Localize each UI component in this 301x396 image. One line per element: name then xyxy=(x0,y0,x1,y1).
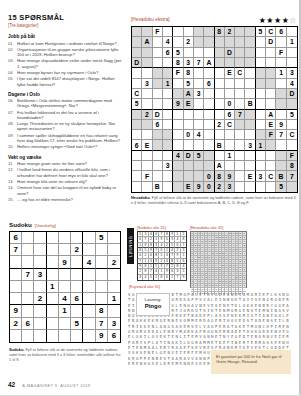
sudoku-cell-empty[interactable] xyxy=(22,281,34,293)
hexadoku-cell-given: 5 xyxy=(132,99,142,109)
sudoku-cell-given: 5 xyxy=(71,318,83,330)
hexadoku-cell-empty[interactable] xyxy=(276,99,286,109)
sudoku-cell-empty[interactable] xyxy=(47,269,59,281)
hexadoku-cell-empty[interactable] xyxy=(256,182,266,192)
hexadoku-cell-empty[interactable] xyxy=(153,48,163,58)
hexadoku-cell-given: F xyxy=(173,68,183,78)
hexadoku-cell-empty[interactable] xyxy=(215,58,225,68)
hexadoku-cell-empty[interactable] xyxy=(235,140,245,150)
hexadoku-cell-empty[interactable] xyxy=(266,99,276,109)
hexadoku-cell-empty[interactable] xyxy=(173,171,183,181)
hexadoku-cell-empty[interactable] xyxy=(163,99,173,109)
hexadoku-cell-empty[interactable] xyxy=(142,48,152,58)
hexadoku-cell-empty[interactable] xyxy=(235,99,245,109)
hexadoku-cell-empty[interactable] xyxy=(153,89,163,99)
hexadoku-cell-empty[interactable] xyxy=(132,79,142,89)
sudoku-cell-given: 6 xyxy=(108,330,120,342)
hexadoku-cell-empty[interactable] xyxy=(184,48,194,58)
hexadoku-cell-empty[interactable] xyxy=(153,58,163,68)
hexadoku-cell-empty[interactable] xyxy=(256,68,266,78)
hexadoku-cell-empty[interactable] xyxy=(132,120,142,130)
hexadoku-cell-empty[interactable] xyxy=(225,130,235,140)
hexadoku-cell-empty[interactable] xyxy=(163,120,173,130)
hexadoku-cell-empty[interactable] xyxy=(215,89,225,99)
magazine-name: A-MAGASINET 9. AUGUST 2019 xyxy=(22,383,90,388)
star-empty-icon: ☆ xyxy=(289,16,297,25)
hexadoku-cell-empty[interactable] xyxy=(287,27,297,37)
hexadoku-cell-empty[interactable] xyxy=(276,161,286,171)
sudoku-cell-empty[interactable] xyxy=(59,269,71,281)
quiz-question: 12.I hvilket land finner du verdens offi… xyxy=(8,167,122,177)
hexadoku-cell-empty[interactable] xyxy=(142,161,152,171)
sudoku-cell-empty[interactable] xyxy=(83,232,95,244)
hexadoku-cell-empty[interactable] xyxy=(132,182,142,192)
sudoku-cell-empty[interactable] xyxy=(96,256,108,268)
sudoku-cell-empty[interactable] xyxy=(71,256,83,268)
hexadoku-grid[interactable]: F825C6A42D165DFD837AF8EC1331564CA3D59E0B… xyxy=(131,26,298,193)
hexadoku-cell-empty[interactable] xyxy=(256,58,266,68)
sudoku-cell-empty[interactable] xyxy=(83,330,95,342)
hexadoku-cell-empty[interactable] xyxy=(225,89,235,99)
hexadoku-cell-empty[interactable] xyxy=(256,110,266,120)
hexadoku-cell-empty[interactable] xyxy=(204,68,214,78)
hexadoku-cell-empty[interactable] xyxy=(256,79,266,89)
hexadoku-cell-empty[interactable] xyxy=(204,110,214,120)
hexadoku-cell-empty[interactable] xyxy=(276,58,286,68)
page-footer: 42 A-MAGASINET 9. AUGUST 2019 xyxy=(8,381,90,388)
hexadoku-cell-empty[interactable] xyxy=(132,171,142,181)
quiz-section-heading: Vekt og væske xyxy=(8,155,122,160)
hexadoku-cell-empty[interactable] xyxy=(276,140,286,150)
hexadoku-cell-empty[interactable] xyxy=(153,68,163,78)
hexadoku-cell-empty[interactable] xyxy=(276,110,286,120)
hexadoku-cell-empty[interactable] xyxy=(194,171,204,181)
hexadoku-cell-given: 9 xyxy=(276,120,286,130)
sudoku-cell-empty[interactable] xyxy=(34,256,46,268)
hexadoku-cell-empty[interactable] xyxy=(266,151,276,161)
hexadoku-cell-empty[interactable] xyxy=(142,99,152,109)
sudoku-cell-empty[interactable] xyxy=(22,232,34,244)
hexadoku-cell-empty[interactable] xyxy=(204,37,214,47)
hexadoku-cell-empty[interactable] xyxy=(132,151,142,161)
question-number: 10. xyxy=(8,144,17,149)
hexadoku-cell-empty[interactable] xyxy=(132,110,142,120)
question-text: I sommer spiller skihoppklubbene en hav-… xyxy=(17,133,122,143)
sudoku-cell-given: 6 xyxy=(10,232,22,244)
hexadoku-cell-given: 5 xyxy=(173,48,183,58)
hexadoku-cell-empty[interactable] xyxy=(256,99,266,109)
hexadoku-cell-empty[interactable] xyxy=(235,161,245,171)
hexadoku-cell-empty[interactable] xyxy=(194,68,204,78)
hexadoku-cell-empty[interactable] xyxy=(287,120,297,130)
hexadoku-cell-empty[interactable] xyxy=(204,120,214,130)
hexadoku-cell-empty[interactable] xyxy=(163,68,173,78)
quiz-section: Dagene i Oslo06.Butikkene i Oslo skiftus… xyxy=(8,92,122,150)
hexadoku-cell-empty[interactable] xyxy=(287,182,297,192)
hexadoku-cell-empty[interactable] xyxy=(132,161,142,171)
hexadoku-cell-empty[interactable] xyxy=(276,151,286,161)
sudoku-cell-empty[interactable] xyxy=(34,281,46,293)
sudoku-cell-empty[interactable] xyxy=(83,318,95,330)
sudoku-cell-empty[interactable] xyxy=(59,330,71,342)
sudoku-cell-empty[interactable] xyxy=(10,256,22,268)
hexadoku-cell-given: D xyxy=(266,37,276,47)
sudoku-cell-empty[interactable] xyxy=(34,305,46,317)
hexadoku-cell-empty[interactable] xyxy=(235,120,245,130)
crossword-solution-box: Løsning: Pingo xyxy=(136,293,170,316)
hexadoku-cell-empty[interactable] xyxy=(235,130,245,140)
hexadoku-cell-empty[interactable] xyxy=(215,79,225,89)
hexadoku-cell-empty[interactable] xyxy=(256,37,266,47)
hexadoku-cell-given: 8 xyxy=(173,58,183,68)
hexadoku-cell-empty[interactable] xyxy=(266,58,276,68)
hexadoku-cell-empty[interactable] xyxy=(215,48,225,58)
hexadoku-cell-empty[interactable] xyxy=(194,27,204,37)
hexadoku-cell-empty[interactable] xyxy=(245,37,255,47)
hexadoku-cell-empty[interactable] xyxy=(173,140,183,150)
hexadoku-cell-empty[interactable] xyxy=(245,151,255,161)
question-number: 09. xyxy=(8,133,17,143)
hexadoku-cell-empty[interactable] xyxy=(215,68,225,78)
hexadoku-cell-empty[interactable] xyxy=(204,27,214,37)
hexadoku-cell-empty[interactable] xyxy=(142,89,152,99)
hexadoku-cell-empty[interactable] xyxy=(173,130,183,140)
question-number: 08. xyxy=(8,121,17,131)
hexadoku-cell-empty[interactable] xyxy=(142,130,152,140)
hexadoku-cell-empty[interactable] xyxy=(173,161,183,171)
sudoku-cell-empty[interactable] xyxy=(83,244,95,256)
hexadoku-cell-given: D xyxy=(184,151,194,161)
hexadoku-cell-empty[interactable] xyxy=(245,161,255,171)
sudoku-cell-empty[interactable] xyxy=(10,330,22,342)
hexadoku-cell-empty[interactable] xyxy=(163,130,173,140)
hexadoku-cell-empty[interactable] xyxy=(215,99,225,109)
hexadoku-cell-empty[interactable] xyxy=(204,161,214,171)
prize-box: Et gavekort på 500 kr fra Norli går til … xyxy=(211,350,291,374)
sudoku-cell-empty[interactable] xyxy=(47,330,59,342)
sudoku-cell-given: 2 xyxy=(108,256,120,268)
sudoku-cell-given: 1 xyxy=(59,305,71,317)
sudoku-grid[interactable]: 657294273124619182657396 xyxy=(9,231,121,343)
question-text: Organisasjonen til en gruppe norske yrke… xyxy=(17,47,122,57)
hexadoku-cell-empty[interactable] xyxy=(266,79,276,89)
sudoku-cell-empty[interactable] xyxy=(71,281,83,293)
sudoku-cell-empty[interactable] xyxy=(47,244,59,256)
hexadoku-cell-empty[interactable] xyxy=(132,48,142,58)
hexadoku-cell-empty[interactable] xyxy=(276,89,286,99)
sudoku-cell-empty[interactable] xyxy=(71,330,83,342)
hexadoku-cell-empty[interactable] xyxy=(287,48,297,58)
hexadoku-cell-empty[interactable] xyxy=(132,37,142,47)
hexadoku-cell-empty[interactable] xyxy=(287,58,297,68)
sudoku-cell-empty[interactable] xyxy=(10,269,22,281)
sudoku-cell-empty[interactable] xyxy=(96,244,108,256)
quiz-question: 07.Fra hvilket lokkested er det lov å se… xyxy=(8,110,122,120)
hexadoku-cell-empty[interactable] xyxy=(256,161,266,171)
hexadoku-cell-empty[interactable] xyxy=(225,58,235,68)
hexadoku-cell-empty[interactable] xyxy=(194,48,204,58)
hexadoku-cell-empty[interactable] xyxy=(184,120,194,130)
hexadoku-cell-empty[interactable] xyxy=(225,161,235,171)
sudoku-cell-given: 9 xyxy=(10,305,22,317)
hexadoku-cell-empty[interactable] xyxy=(163,58,173,68)
hexadoku-cell-empty[interactable] xyxy=(132,130,142,140)
hexadoku-cell-empty[interactable] xyxy=(163,182,173,192)
sudoku-cell-empty[interactable] xyxy=(22,330,34,342)
hexadoku-cell-empty[interactable] xyxy=(163,171,173,181)
star-filled-icon: ★★★★ xyxy=(259,16,290,25)
hexadoku-cell-empty[interactable] xyxy=(163,89,173,99)
hexadoku-cell-empty[interactable] xyxy=(235,89,245,99)
hexadoku-cell-empty[interactable] xyxy=(173,182,183,192)
sudoku-cell-empty[interactable] xyxy=(34,330,46,342)
hexadoku-cell-empty[interactable] xyxy=(163,110,173,120)
hexadoku-cell-empty[interactable] xyxy=(204,151,214,161)
sudoku-cell-empty[interactable] xyxy=(47,305,59,317)
hexadoku-cell-given: 5 xyxy=(276,182,286,192)
sudoku-cell-empty[interactable] xyxy=(59,318,71,330)
sudoku-cell-given: 7 xyxy=(10,244,22,256)
hexadoku-cell-empty[interactable] xyxy=(215,130,225,140)
sudoku-cell-empty[interactable] xyxy=(10,293,22,305)
hexadoku-cell-given: 3 xyxy=(287,68,297,78)
sudoku-cell-empty[interactable] xyxy=(59,281,71,293)
hexadoku-cell-empty[interactable] xyxy=(235,171,245,181)
quiz-question: 01.Hvilket år kom Hurtigruten i ordinær … xyxy=(8,41,122,46)
hexadoku-cell-empty[interactable] xyxy=(153,99,163,109)
sudoku-cell-given: 5 xyxy=(96,232,108,244)
hexadoku-cell-empty[interactable] xyxy=(163,151,173,161)
hexadoku-cell-empty[interactable] xyxy=(235,58,245,68)
hexadoku-cell-empty[interactable] xyxy=(194,79,204,89)
hexadoku-cell-empty[interactable] xyxy=(245,58,255,68)
sudoku-caption: Sudoku. Fyll ut feltene slik at de vannr… xyxy=(9,348,122,363)
question-text: … og hos et eldre menneske? xyxy=(17,197,73,202)
hexadoku-cell-empty[interactable] xyxy=(194,37,204,47)
sudoku-cell-empty[interactable] xyxy=(22,256,34,268)
hexadoku-cell-given: 6 xyxy=(153,120,163,130)
hexadoku-cell-empty[interactable] xyxy=(256,120,266,130)
hexadoku-cell-given: D xyxy=(225,48,235,58)
solution-word-label: Løsning: xyxy=(137,297,169,302)
hexadoku-cell-empty[interactable] xyxy=(266,161,276,171)
hexadoku-cell-empty[interactable] xyxy=(173,37,183,47)
sudoku-cell-empty[interactable] xyxy=(83,269,95,281)
hexadoku-cell-empty[interactable] xyxy=(153,140,163,150)
hexadoku-cell-empty[interactable] xyxy=(184,140,194,150)
question-text: Fra hvilket lokkested er det lov å serve… xyxy=(17,110,122,120)
hexadoku-cell-empty[interactable] xyxy=(245,182,255,192)
hexadoku-cell-empty[interactable] xyxy=(153,130,163,140)
hexadoku-cell-given: 2 xyxy=(142,110,152,120)
sudoku-cell-empty[interactable] xyxy=(22,305,34,317)
hexadoku-cell-given: D xyxy=(287,89,297,99)
solution-hexadoku-grid: 0123456789ABCDEF456789ABCDEF012389ABCDEF… xyxy=(190,231,247,288)
sudoku-cell-empty[interactable] xyxy=(22,293,34,305)
sudoku-cell-empty[interactable] xyxy=(34,232,46,244)
hexadoku-cell-empty[interactable] xyxy=(173,120,183,130)
hexadoku-cell-empty[interactable] xyxy=(194,140,204,150)
hexadoku-cell-empty[interactable] xyxy=(256,151,266,161)
hexadoku-cell-empty[interactable] xyxy=(142,151,152,161)
hexadoku-cell-empty[interactable] xyxy=(204,140,214,150)
hexadoku-cell-given: 6 xyxy=(276,27,286,37)
hexadoku-cell-empty[interactable] xyxy=(235,37,245,47)
hexadoku-cell-empty[interactable] xyxy=(142,182,152,192)
sudoku-cell-empty[interactable] xyxy=(34,244,46,256)
hexadoku-cell-empty[interactable] xyxy=(245,89,255,99)
difficulty-stars: ★★★★☆ xyxy=(259,16,297,25)
sudoku-cell-empty[interactable] xyxy=(96,281,108,293)
hexadoku-cell-empty[interactable] xyxy=(245,110,255,120)
hexadoku-cell-empty[interactable] xyxy=(184,161,194,171)
hexadoku-cell-empty[interactable] xyxy=(245,48,255,58)
sudoku-cell-empty[interactable] xyxy=(10,281,22,293)
sudoku-cell-empty[interactable] xyxy=(71,305,83,317)
hexadoku-cell-empty[interactable] xyxy=(225,37,235,47)
hexadoku-cell-empty[interactable] xyxy=(163,27,173,37)
sudoku-cell-empty[interactable] xyxy=(71,269,83,281)
hexadoku-cell-empty[interactable] xyxy=(256,48,266,58)
hexadoku-cell-empty[interactable] xyxy=(266,68,276,78)
hexadoku-cell-empty[interactable] xyxy=(215,37,225,47)
hexadoku-cell-given: D xyxy=(153,110,163,120)
hexadoku-cell-empty[interactable] xyxy=(256,130,266,140)
hexadoku-cell-empty[interactable] xyxy=(132,68,142,78)
hexadoku-cell-empty[interactable] xyxy=(245,27,255,37)
hexadoku-cell-empty[interactable] xyxy=(225,79,235,89)
quiz-subtitle: [Tre kategorier] xyxy=(8,23,122,28)
hexadoku-cell-empty[interactable] xyxy=(235,27,245,37)
hexadoku-cell-empty[interactable] xyxy=(235,79,245,89)
hexadoku-cell-empty[interactable] xyxy=(204,48,214,58)
hexadoku-cell-empty[interactable] xyxy=(235,182,245,192)
hexadoku-cell-empty[interactable] xyxy=(276,37,286,47)
hexadoku-cell-given: A xyxy=(215,161,225,171)
hexadoku-cell-empty[interactable] xyxy=(173,110,183,120)
hexadoku-cell-empty[interactable] xyxy=(173,89,183,99)
hexadoku-cell-empty[interactable] xyxy=(287,140,297,150)
hexadoku-cell-empty[interactable] xyxy=(153,37,163,47)
hexadoku-cell-given: 1 xyxy=(163,79,173,89)
solution-crossword-label: [Kryssord uke 31] xyxy=(129,284,160,289)
hexadoku-cell-empty[interactable] xyxy=(245,120,255,130)
sudoku-cell-empty[interactable] xyxy=(96,293,108,305)
hexadoku-cell-empty[interactable] xyxy=(142,27,152,37)
sudoku-cell-empty[interactable] xyxy=(59,232,71,244)
hexadoku-cell-empty[interactable] xyxy=(184,110,194,120)
hexadoku-cell-empty[interactable] xyxy=(153,171,163,181)
hexadoku-cell-empty[interactable] xyxy=(173,27,183,37)
sudoku-cell-empty[interactable] xyxy=(83,305,95,317)
hexadoku-cell-empty[interactable] xyxy=(266,48,276,58)
sudoku-cell-empty[interactable] xyxy=(108,281,120,293)
quiz-section: Jobb på båt01.Hvilket år kom Hurtigruten… xyxy=(8,34,122,87)
sudoku-cell-given: 6 xyxy=(22,318,34,330)
hexadoku-cell-empty[interactable] xyxy=(266,182,276,192)
hexadoku-cell-empty[interactable] xyxy=(153,79,163,89)
sudoku-cell-empty[interactable] xyxy=(96,269,108,281)
question-number: 11. xyxy=(8,161,17,166)
sudoku-cell-empty[interactable] xyxy=(47,256,59,268)
question-number: 13. xyxy=(8,179,17,184)
hexadoku-cell-empty[interactable] xyxy=(235,48,245,58)
hexadoku-cell-empty[interactable] xyxy=(266,89,276,99)
quiz-question: 02.Organisasjonen til en gruppe norske y… xyxy=(8,47,122,57)
hexadoku-cell-empty[interactable] xyxy=(266,140,276,150)
hexadoku-cell-given: 5 xyxy=(184,79,194,89)
quiz-question: 14.Omtrent hvor stor del av kroppen til … xyxy=(8,185,122,195)
sudoku-cell-empty[interactable] xyxy=(47,293,59,305)
hexadoku-cell-given: B xyxy=(276,171,286,181)
sudoku-cell-empty[interactable] xyxy=(83,281,95,293)
sudoku-cell-empty[interactable] xyxy=(108,244,120,256)
hexadoku-cell-empty[interactable] xyxy=(235,151,245,161)
sudoku-cell-given: 9 xyxy=(59,256,71,268)
sudoku-cell-empty[interactable] xyxy=(59,244,71,256)
sudoku-cell-empty[interactable] xyxy=(108,269,120,281)
sudoku-cell-empty[interactable] xyxy=(22,244,34,256)
hexadoku-cell-given: 5 xyxy=(287,110,297,120)
hexadoku-cell-empty[interactable] xyxy=(132,27,142,37)
hexadoku-cell-given: 8 xyxy=(215,171,225,181)
quiz-column: 15 SPØRSMÅL [Tre kategorier] Jobb på båt… xyxy=(8,13,122,207)
hexadoku-cell-empty[interactable] xyxy=(153,151,163,161)
hexadoku-cell-empty[interactable] xyxy=(245,68,255,78)
hexadoku-cell-empty[interactable] xyxy=(276,79,286,89)
hexadoku-cell-empty[interactable] xyxy=(215,110,225,120)
sudoku-cell-empty[interactable] xyxy=(83,293,95,305)
hexadoku-cell-given: 5 xyxy=(194,151,204,161)
question-number: 01. xyxy=(8,41,17,46)
hexadoku-cell-empty[interactable] xyxy=(194,120,204,130)
hexadoku-cell-empty[interactable] xyxy=(163,140,173,150)
solution-hexadoku-label: [Hexadoku uke 31] xyxy=(190,225,223,230)
hexadoku-cell-empty[interactable] xyxy=(153,161,163,171)
sudoku-cell-given: 7 xyxy=(22,269,34,281)
hexadoku-cell-empty[interactable] xyxy=(256,89,266,99)
sudoku-cell-empty[interactable] xyxy=(108,305,120,317)
hexadoku-cell-empty[interactable] xyxy=(215,151,225,161)
hexadoku-cell-empty[interactable] xyxy=(287,99,297,109)
hexadoku-cell-empty[interactable] xyxy=(245,79,255,89)
hexadoku-cell-empty[interactable] xyxy=(173,79,183,89)
hexadoku-cell-empty[interactable] xyxy=(204,99,214,109)
hexadoku-cell-given: 6 xyxy=(163,48,173,58)
hexadoku-cell-given: 4 xyxy=(287,79,297,89)
hexadoku-cell-given: E xyxy=(184,99,194,109)
sudoku-cell-empty[interactable] xyxy=(108,232,120,244)
sudoku-cell-empty[interactable] xyxy=(34,318,46,330)
hexadoku-cell-given: 3 xyxy=(142,79,152,89)
hexadoku-cell-given: 1 xyxy=(287,37,297,47)
hexadoku-cell-empty[interactable] xyxy=(194,110,204,120)
hexadoku-cell-empty[interactable] xyxy=(245,130,255,140)
hexadoku-cell-empty[interactable] xyxy=(194,161,204,171)
hexadoku-cell-empty[interactable] xyxy=(184,171,194,181)
sudoku-cell-empty[interactable] xyxy=(71,232,83,244)
hexadoku-cell-empty[interactable] xyxy=(142,58,152,68)
sudoku-cell-empty[interactable] xyxy=(47,232,59,244)
hexadoku-cell-empty[interactable] xyxy=(225,140,235,150)
hexadoku-cell-empty[interactable] xyxy=(204,89,214,99)
hexadoku-cell-empty[interactable] xyxy=(184,27,194,37)
hexadoku-cell-empty[interactable] xyxy=(204,130,214,140)
sudoku-cell-empty[interactable] xyxy=(47,318,59,330)
hexadoku-cell-empty[interactable] xyxy=(142,120,152,130)
hexadoku-cell-empty[interactable] xyxy=(142,68,152,78)
hexadoku-cell-empty[interactable] xyxy=(194,99,204,109)
